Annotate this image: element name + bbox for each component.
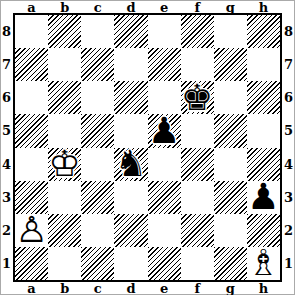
file-label-top-f: f <box>181 0 214 14</box>
file-label-bottom-g: g <box>214 281 247 295</box>
piece-black-pawn[interactable]: ♟♟ <box>148 114 181 147</box>
square-f8[interactable] <box>181 15 214 48</box>
square-d6[interactable] <box>114 81 147 114</box>
square-e1[interactable] <box>148 247 181 280</box>
piece-white-pawn[interactable]: ♟♙ <box>15 214 48 247</box>
square-c2[interactable] <box>81 214 114 247</box>
square-b4[interactable]: ♚♔ <box>48 148 81 181</box>
white-bishop-glyph: ♗ <box>247 245 279 281</box>
square-f2[interactable] <box>181 214 214 247</box>
file-label-bottom-h: h <box>247 281 280 295</box>
file-labels-bottom: abcdefgh <box>15 281 280 295</box>
piece-black-king[interactable]: ♚♚ <box>181 81 214 114</box>
square-a5[interactable] <box>15 114 48 147</box>
rank-label-right-3: 3 <box>282 181 295 214</box>
rank-labels-left: 87654321 <box>0 15 13 280</box>
square-d1[interactable] <box>114 247 147 280</box>
rank-label-left-2: 2 <box>0 214 13 247</box>
square-c6[interactable] <box>81 81 114 114</box>
square-g1[interactable] <box>214 247 247 280</box>
black-king-glyph: ♚ <box>181 80 213 116</box>
rank-labels-right: 87654321 <box>282 15 295 280</box>
piece-black-knight[interactable]: ♞♞ <box>114 148 147 181</box>
file-label-top-d: d <box>114 0 147 14</box>
square-a7[interactable] <box>15 48 48 81</box>
square-d3[interactable] <box>114 181 147 214</box>
black-pawn-glyph: ♟ <box>247 179 279 215</box>
file-label-bottom-f: f <box>181 281 214 295</box>
square-d7[interactable] <box>114 48 147 81</box>
white-king-glyph: ♔ <box>49 146 81 182</box>
square-g4[interactable] <box>214 148 247 181</box>
piece-black-pawn[interactable]: ♟♟ <box>247 181 280 214</box>
rank-label-left-3: 3 <box>0 181 13 214</box>
square-e3[interactable] <box>148 181 181 214</box>
square-e7[interactable] <box>148 48 181 81</box>
square-c7[interactable] <box>81 48 114 81</box>
square-h6[interactable] <box>247 81 280 114</box>
file-label-top-e: e <box>148 0 181 14</box>
square-a8[interactable] <box>15 15 48 48</box>
square-h1[interactable]: ♝♗ <box>247 247 280 280</box>
square-f5[interactable] <box>181 114 214 147</box>
square-h5[interactable] <box>247 114 280 147</box>
piece-white-king[interactable]: ♚♔ <box>48 148 81 181</box>
square-g6[interactable] <box>214 81 247 114</box>
square-c3[interactable] <box>81 181 114 214</box>
square-b8[interactable] <box>48 15 81 48</box>
square-h8[interactable] <box>247 15 280 48</box>
square-d4[interactable]: ♞♞ <box>114 148 147 181</box>
square-c1[interactable] <box>81 247 114 280</box>
square-f6[interactable]: ♚♚ <box>181 81 214 114</box>
square-f3[interactable] <box>181 181 214 214</box>
square-g7[interactable] <box>214 48 247 81</box>
square-a1[interactable] <box>15 247 48 280</box>
file-label-top-h: h <box>247 0 280 14</box>
square-b7[interactable] <box>48 48 81 81</box>
square-g3[interactable] <box>214 181 247 214</box>
square-a6[interactable] <box>15 81 48 114</box>
square-b2[interactable] <box>48 214 81 247</box>
square-b3[interactable] <box>48 181 81 214</box>
file-label-top-a: a <box>15 0 48 14</box>
square-c8[interactable] <box>81 15 114 48</box>
rank-label-right-5: 5 <box>282 114 295 147</box>
rank-label-left-8: 8 <box>0 15 13 48</box>
piece-white-bishop[interactable]: ♝♗ <box>247 247 280 280</box>
chess-diagram: abcdefgh 87654321 87654321 abcdefgh ♚♚♟♟… <box>0 0 295 295</box>
rank-label-left-5: 5 <box>0 114 13 147</box>
rank-label-right-7: 7 <box>282 48 295 81</box>
black-pawn-glyph: ♟ <box>148 113 180 149</box>
rank-label-right-1: 1 <box>282 247 295 280</box>
white-pawn-glyph: ♙ <box>15 212 47 248</box>
square-g8[interactable] <box>214 15 247 48</box>
square-h7[interactable] <box>247 48 280 81</box>
square-c4[interactable] <box>81 148 114 181</box>
square-e8[interactable] <box>148 15 181 48</box>
rank-label-left-6: 6 <box>0 81 13 114</box>
square-d8[interactable] <box>114 15 147 48</box>
square-e2[interactable] <box>148 214 181 247</box>
rank-label-left-4: 4 <box>0 148 13 181</box>
file-label-top-c: c <box>81 0 114 14</box>
rank-label-right-2: 2 <box>282 214 295 247</box>
file-label-bottom-e: e <box>148 281 181 295</box>
square-g2[interactable] <box>214 214 247 247</box>
square-f1[interactable] <box>181 247 214 280</box>
square-b6[interactable] <box>48 81 81 114</box>
chess-board: ♚♚♟♟♚♔♞♞♟♟♟♙♝♗ <box>13 13 282 282</box>
rank-label-right-6: 6 <box>282 81 295 114</box>
rank-label-right-4: 4 <box>282 148 295 181</box>
square-b1[interactable] <box>48 247 81 280</box>
rank-label-left-1: 1 <box>0 247 13 280</box>
file-label-bottom-c: c <box>81 281 114 295</box>
square-c5[interactable] <box>81 114 114 147</box>
file-label-bottom-d: d <box>114 281 147 295</box>
file-label-top-g: g <box>214 0 247 14</box>
rank-label-left-7: 7 <box>0 48 13 81</box>
square-h3[interactable]: ♟♟ <box>247 181 280 214</box>
square-e4[interactable] <box>148 148 181 181</box>
file-label-bottom-b: b <box>48 281 81 295</box>
file-label-bottom-a: a <box>15 281 48 295</box>
square-g5[interactable] <box>214 114 247 147</box>
square-a4[interactable] <box>15 148 48 181</box>
square-e5[interactable]: ♟♟ <box>148 114 181 147</box>
black-knight-glyph: ♞ <box>115 146 147 182</box>
square-a2[interactable]: ♟♙ <box>15 214 48 247</box>
rank-label-right-8: 8 <box>282 15 295 48</box>
file-labels-top: abcdefgh <box>15 0 280 14</box>
square-f4[interactable] <box>181 148 214 181</box>
square-d2[interactable] <box>114 214 147 247</box>
file-label-top-b: b <box>48 0 81 14</box>
